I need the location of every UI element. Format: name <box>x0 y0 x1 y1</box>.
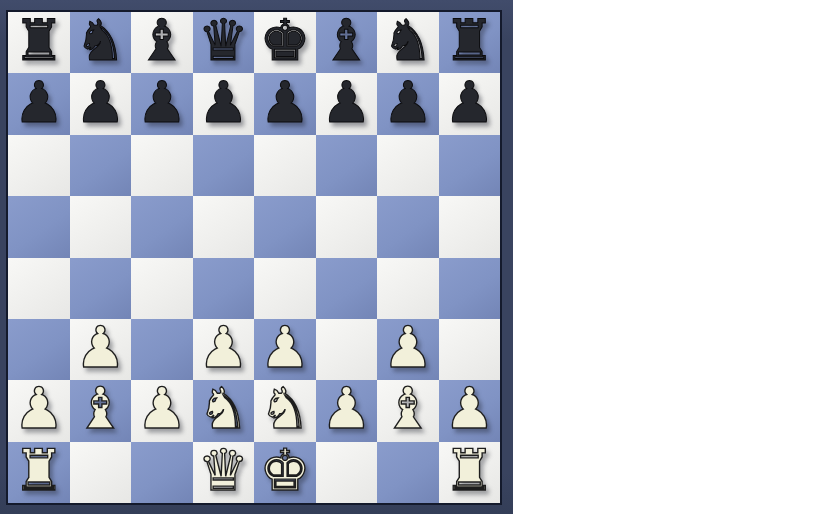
square-d6[interactable] <box>193 135 255 196</box>
square-h5[interactable] <box>439 196 501 257</box>
piece-white-knight-d2[interactable]: ♞ <box>198 380 249 437</box>
square-a8[interactable]: ♜ <box>8 12 70 73</box>
piece-black-pawn-c7[interactable]: ♟ <box>136 74 187 131</box>
square-b8[interactable]: ♞ <box>70 12 132 73</box>
square-e5[interactable] <box>254 196 316 257</box>
square-d1[interactable]: ♛ <box>193 442 255 503</box>
square-f6[interactable] <box>316 135 378 196</box>
square-a3[interactable] <box>8 319 70 380</box>
square-d3[interactable]: ♟ <box>193 319 255 380</box>
piece-white-pawn-a2[interactable]: ♟ <box>13 380 64 437</box>
square-g2[interactable]: ♝ <box>377 380 439 441</box>
square-h6[interactable] <box>439 135 501 196</box>
square-b2[interactable]: ♝ <box>70 380 132 441</box>
square-h2[interactable]: ♟ <box>439 380 501 441</box>
square-e4[interactable] <box>254 258 316 319</box>
square-a7[interactable]: ♟ <box>8 73 70 134</box>
square-g3[interactable]: ♟ <box>377 319 439 380</box>
square-f5[interactable] <box>316 196 378 257</box>
square-g8[interactable]: ♞ <box>377 12 439 73</box>
square-d4[interactable] <box>193 258 255 319</box>
square-f2[interactable]: ♟ <box>316 380 378 441</box>
piece-black-bishop-f8[interactable]: ♝ <box>321 12 372 69</box>
square-e3[interactable]: ♟ <box>254 319 316 380</box>
square-h7[interactable]: ♟ <box>439 73 501 134</box>
piece-black-pawn-d7[interactable]: ♟ <box>198 74 249 131</box>
square-f7[interactable]: ♟ <box>316 73 378 134</box>
square-b5[interactable] <box>70 196 132 257</box>
square-a6[interactable] <box>8 135 70 196</box>
piece-white-pawn-f2[interactable]: ♟ <box>321 380 372 437</box>
square-c8[interactable]: ♝ <box>131 12 193 73</box>
chess-board-frame: ♜♞♝♛♚♝♞♜♟♟♟♟♟♟♟♟♟♟♟♟♟♝♟♞♞♟♝♟♜♛♚♜ <box>0 0 513 514</box>
square-f8[interactable]: ♝ <box>316 12 378 73</box>
piece-white-knight-e2[interactable]: ♞ <box>259 380 310 437</box>
square-b6[interactable] <box>70 135 132 196</box>
piece-white-pawn-c2[interactable]: ♟ <box>136 380 187 437</box>
square-a1[interactable]: ♜ <box>8 442 70 503</box>
square-h8[interactable]: ♜ <box>439 12 501 73</box>
square-e1[interactable]: ♚ <box>254 442 316 503</box>
square-g6[interactable] <box>377 135 439 196</box>
piece-white-bishop-b2[interactable]: ♝ <box>75 380 126 437</box>
square-g1[interactable] <box>377 442 439 503</box>
square-c6[interactable] <box>131 135 193 196</box>
square-c5[interactable] <box>131 196 193 257</box>
piece-white-bishop-g2[interactable]: ♝ <box>382 380 433 437</box>
square-f3[interactable] <box>316 319 378 380</box>
piece-white-pawn-b3[interactable]: ♟ <box>75 319 126 376</box>
piece-white-rook-h1[interactable]: ♜ <box>444 442 495 499</box>
piece-white-pawn-h2[interactable]: ♟ <box>444 380 495 437</box>
square-g5[interactable] <box>377 196 439 257</box>
piece-black-bishop-c8[interactable]: ♝ <box>136 12 187 69</box>
square-h1[interactable]: ♜ <box>439 442 501 503</box>
square-h3[interactable] <box>439 319 501 380</box>
square-d7[interactable]: ♟ <box>193 73 255 134</box>
piece-black-queen-d8[interactable]: ♛ <box>198 12 249 69</box>
square-e6[interactable] <box>254 135 316 196</box>
square-d2[interactable]: ♞ <box>193 380 255 441</box>
square-e8[interactable]: ♚ <box>254 12 316 73</box>
square-d8[interactable]: ♛ <box>193 12 255 73</box>
piece-black-pawn-b7[interactable]: ♟ <box>75 74 126 131</box>
square-a5[interactable] <box>8 196 70 257</box>
piece-black-pawn-f7[interactable]: ♟ <box>321 74 372 131</box>
square-g4[interactable] <box>377 258 439 319</box>
chess-board[interactable]: ♜♞♝♛♚♝♞♜♟♟♟♟♟♟♟♟♟♟♟♟♟♝♟♞♞♟♝♟♜♛♚♜ <box>8 12 500 503</box>
square-h4[interactable] <box>439 258 501 319</box>
square-e2[interactable]: ♞ <box>254 380 316 441</box>
piece-white-queen-d1[interactable]: ♛ <box>198 442 249 499</box>
square-a2[interactable]: ♟ <box>8 380 70 441</box>
piece-black-rook-h8[interactable]: ♜ <box>444 12 495 69</box>
piece-white-pawn-d3[interactable]: ♟ <box>198 319 249 376</box>
piece-white-rook-a1[interactable]: ♜ <box>13 442 64 499</box>
piece-black-knight-g8[interactable]: ♞ <box>382 12 433 69</box>
square-c7[interactable]: ♟ <box>131 73 193 134</box>
piece-black-pawn-h7[interactable]: ♟ <box>444 74 495 131</box>
piece-white-pawn-g3[interactable]: ♟ <box>382 319 433 376</box>
piece-black-knight-b8[interactable]: ♞ <box>75 12 126 69</box>
square-c1[interactable] <box>131 442 193 503</box>
square-b1[interactable] <box>70 442 132 503</box>
piece-black-pawn-a7[interactable]: ♟ <box>13 74 64 131</box>
piece-black-pawn-g7[interactable]: ♟ <box>382 74 433 131</box>
square-d5[interactable] <box>193 196 255 257</box>
piece-black-pawn-e7[interactable]: ♟ <box>259 74 310 131</box>
screenshot-canvas: ♜♞♝♛♚♝♞♜♟♟♟♟♟♟♟♟♟♟♟♟♟♝♟♞♞♟♝♟♜♛♚♜ <box>0 0 819 514</box>
square-b7[interactable]: ♟ <box>70 73 132 134</box>
square-g7[interactable]: ♟ <box>377 73 439 134</box>
square-c2[interactable]: ♟ <box>131 380 193 441</box>
square-c3[interactable] <box>131 319 193 380</box>
square-f1[interactable] <box>316 442 378 503</box>
square-f4[interactable] <box>316 258 378 319</box>
piece-black-king-e8[interactable]: ♚ <box>259 12 310 69</box>
square-b3[interactable]: ♟ <box>70 319 132 380</box>
square-c4[interactable] <box>131 258 193 319</box>
square-a4[interactable] <box>8 258 70 319</box>
square-b4[interactable] <box>70 258 132 319</box>
square-e7[interactable]: ♟ <box>254 73 316 134</box>
piece-white-pawn-e3[interactable]: ♟ <box>259 319 310 376</box>
piece-black-rook-a8[interactable]: ♜ <box>13 12 64 69</box>
piece-white-king-e1[interactable]: ♚ <box>259 442 310 499</box>
